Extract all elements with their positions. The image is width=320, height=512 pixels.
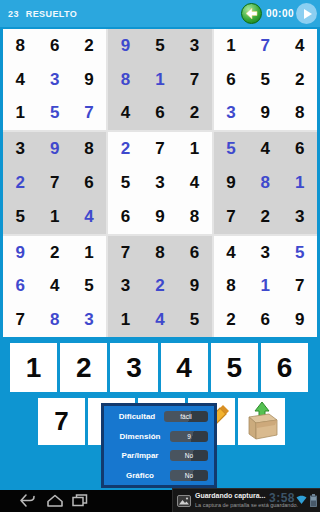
wifi-icon	[296, 495, 307, 504]
numpad-button-1[interactable]: 1	[10, 343, 57, 392]
sudoku-cell-r8c1[interactable]: 6	[3, 269, 37, 303]
sudoku-cell-r4c5[interactable]: 7	[143, 132, 177, 166]
undo-button[interactable]	[241, 3, 262, 24]
sudoku-cell-r9c9[interactable]: 9	[283, 303, 317, 337]
puzzle-number: 23	[8, 9, 19, 19]
back-navigation-icon[interactable]	[18, 493, 37, 508]
dialog-value-spinner[interactable]: No	[170, 450, 208, 461]
sudoku-cell-r6c6[interactable]: 8	[177, 200, 211, 234]
sudoku-block: 953817462	[108, 29, 211, 130]
sudoku-cell-r7c3[interactable]: 1	[72, 236, 106, 270]
sudoku-cell-r8c8[interactable]: 1	[248, 269, 282, 303]
sudoku-cell-r4c7[interactable]: 5	[214, 132, 248, 166]
sudoku-cell-r3c1[interactable]: 1	[3, 97, 37, 131]
sudoku-cell-r9c5[interactable]: 4	[143, 303, 177, 337]
sudoku-cell-r2c7[interactable]: 6	[214, 63, 248, 97]
sudoku-cell-r5c4[interactable]: 5	[108, 166, 142, 200]
battery-icon	[310, 494, 317, 507]
sudoku-block: 435817269	[214, 236, 317, 337]
sudoku-board: 8624391579538174621746523983982765142715…	[3, 29, 317, 337]
sudoku-cell-r3c8[interactable]: 9	[248, 97, 282, 131]
sudoku-cell-r6c2[interactable]: 1	[37, 200, 71, 234]
sudoku-cell-r5c5[interactable]: 3	[143, 166, 177, 200]
sudoku-cell-r2c4[interactable]: 8	[108, 63, 142, 97]
sudoku-cell-r9c6[interactable]: 5	[177, 303, 211, 337]
sudoku-cell-r7c8[interactable]: 3	[248, 236, 282, 270]
sudoku-block: 786329145	[108, 236, 211, 337]
dialog-row-dimensin: Dimensión9	[110, 431, 208, 442]
sudoku-cell-r2c2[interactable]: 3	[37, 63, 71, 97]
sudoku-cell-r5c9[interactable]: 1	[283, 166, 317, 200]
play-icon	[304, 9, 312, 19]
sudoku-cell-r9c1[interactable]: 7	[3, 303, 37, 337]
sudoku-cell-r5c2[interactable]: 7	[37, 166, 71, 200]
sudoku-cell-r2c5[interactable]: 1	[143, 63, 177, 97]
sudoku-cell-r4c9[interactable]: 6	[283, 132, 317, 166]
sudoku-cell-r1c3[interactable]: 2	[72, 29, 106, 63]
sudoku-cell-r1c7[interactable]: 1	[214, 29, 248, 63]
sudoku-cell-r3c9[interactable]: 8	[283, 97, 317, 131]
sudoku-cell-r7c7[interactable]: 4	[214, 236, 248, 270]
sudoku-cell-r1c8[interactable]: 7	[248, 29, 282, 63]
status-label: RESUELTO	[26, 9, 77, 19]
sudoku-cell-r2c1[interactable]: 4	[3, 63, 37, 97]
top-bar: 23RESUELTO 00:00	[0, 0, 320, 27]
sudoku-cell-r3c2[interactable]: 5	[37, 97, 71, 131]
sudoku-cell-r1c2[interactable]: 6	[37, 29, 71, 63]
sudoku-cell-r3c5[interactable]: 6	[143, 97, 177, 131]
back-arrow-icon	[245, 8, 258, 19]
sudoku-cell-r9c8[interactable]: 6	[248, 303, 282, 337]
sudoku-block: 546981723	[214, 132, 317, 233]
sudoku-cell-r8c9[interactable]: 7	[283, 269, 317, 303]
box-up-arrow-icon	[242, 401, 282, 443]
sudoku-cell-r3c4[interactable]: 4	[108, 97, 142, 131]
sudoku-cell-r1c4[interactable]: 9	[108, 29, 142, 63]
sudoku-cell-r4c8[interactable]: 4	[248, 132, 282, 166]
sudoku-cell-r4c1[interactable]: 3	[3, 132, 37, 166]
sudoku-cell-r7c1[interactable]: 9	[3, 236, 37, 270]
numpad-button-3[interactable]: 3	[110, 343, 157, 392]
sudoku-cell-r6c4[interactable]: 6	[108, 200, 142, 234]
dialog-label: Dificultad	[110, 412, 164, 421]
sudoku-cell-r2c8[interactable]: 5	[248, 63, 282, 97]
dialog-label: Gráfico	[110, 471, 170, 480]
sudoku-cell-r1c5[interactable]: 5	[143, 29, 177, 63]
sudoku-cell-r3c7[interactable]: 3	[214, 97, 248, 131]
sudoku-cell-r5c1[interactable]: 2	[3, 166, 37, 200]
sudoku-block: 398276514	[3, 132, 106, 233]
sudoku-block: 174652398	[214, 29, 317, 130]
sudoku-cell-r9c3[interactable]: 3	[72, 303, 106, 337]
dialog-row-parimpar: Par/ImparNo	[110, 450, 208, 461]
sudoku-cell-r6c5[interactable]: 9	[143, 200, 177, 234]
sudoku-cell-r3c3[interactable]: 7	[72, 97, 106, 131]
sudoku-cell-r2c3[interactable]: 9	[72, 63, 106, 97]
page-title: 23RESUELTO	[8, 9, 84, 19]
archive-box-button[interactable]	[238, 398, 285, 445]
play-pause-button[interactable]	[296, 3, 317, 24]
numpad-button-4[interactable]: 4	[161, 343, 208, 392]
sudoku-cell-r7c4[interactable]: 7	[108, 236, 142, 270]
dialog-value-spinner[interactable]: No	[170, 470, 208, 481]
recent-apps-icon[interactable]	[71, 493, 89, 508]
game-timer: 00:00	[266, 8, 294, 19]
sudoku-block: 862439157	[3, 29, 106, 130]
number-pad-row1: 123456	[10, 343, 308, 392]
sudoku-cell-r5c8[interactable]: 8	[248, 166, 282, 200]
sudoku-cell-r7c9[interactable]: 5	[283, 236, 317, 270]
sudoku-cell-r8c4[interactable]: 3	[108, 269, 142, 303]
toast-title: Guardando captura...	[195, 492, 265, 499]
dialog-label: Par/Impar	[110, 451, 170, 460]
screenshot-image-icon	[177, 495, 191, 507]
sudoku-cell-r2c9[interactable]: 2	[283, 63, 317, 97]
numpad-button-6[interactable]: 6	[261, 343, 308, 392]
sudoku-cell-r4c2[interactable]: 9	[37, 132, 71, 166]
sudoku-cell-r6c1[interactable]: 5	[3, 200, 37, 234]
sudoku-block: 921645783	[3, 236, 106, 337]
sudoku-cell-r9c7[interactable]: 2	[214, 303, 248, 337]
numpad-button-5[interactable]: 5	[211, 343, 258, 392]
sudoku-cell-r1c9[interactable]: 4	[283, 29, 317, 63]
sudoku-cell-r7c6[interactable]: 6	[177, 236, 211, 270]
dialog-row-grfico: GráficoNo	[110, 470, 208, 481]
status-clock: 3:58	[269, 491, 295, 505]
home-navigation-icon[interactable]	[46, 493, 64, 508]
sudoku-cell-r4c6[interactable]: 1	[177, 132, 211, 166]
numpad-button-2[interactable]: 2	[60, 343, 107, 392]
sudoku-cell-r9c2[interactable]: 8	[37, 303, 71, 337]
dialog-label: Dimensión	[110, 432, 170, 441]
numpad-button-7[interactable]: 7	[38, 398, 85, 445]
sudoku-cell-r6c7[interactable]: 7	[214, 200, 248, 234]
sudoku-cell-r8c6[interactable]: 9	[177, 269, 211, 303]
sudoku-cell-r6c3[interactable]: 4	[72, 200, 106, 234]
sudoku-cell-r1c6[interactable]: 3	[177, 29, 211, 63]
sudoku-cell-r4c3[interactable]: 8	[72, 132, 106, 166]
sudoku-cell-r6c9[interactable]: 3	[283, 200, 317, 234]
sudoku-cell-r7c2[interactable]: 2	[37, 236, 71, 270]
settings-dialog: DificultadfácilDimensión9Par/ImparNoGráf…	[101, 403, 217, 488]
dialog-row-dificultad: Dificultadfácil	[110, 411, 208, 422]
sudoku-cell-r3c6[interactable]: 2	[177, 97, 211, 131]
sudoku-cell-r7c5[interactable]: 8	[143, 236, 177, 270]
sudoku-cell-r2c6[interactable]: 7	[177, 63, 211, 97]
screenshot-toast: Guardando captura... La captura de panta…	[172, 488, 320, 512]
sudoku-cell-r8c3[interactable]: 5	[72, 269, 106, 303]
sudoku-cell-r1c1[interactable]: 8	[3, 29, 37, 63]
sudoku-cell-r5c3[interactable]: 6	[72, 166, 106, 200]
sudoku-cell-r5c6[interactable]: 4	[177, 166, 211, 200]
sudoku-cell-r8c7[interactable]: 8	[214, 269, 248, 303]
sudoku-block: 271534698	[108, 132, 211, 233]
dialog-value-spinner[interactable]: fácil	[164, 411, 208, 422]
sudoku-cell-r5c7[interactable]: 9	[214, 166, 248, 200]
sudoku-cell-r9c4[interactable]: 1	[108, 303, 142, 337]
dialog-value-spinner[interactable]: 9	[170, 431, 208, 442]
sudoku-cell-r6c8[interactable]: 2	[248, 200, 282, 234]
sudoku-cell-r4c4[interactable]: 2	[108, 132, 142, 166]
sudoku-cell-r8c2[interactable]: 4	[37, 269, 71, 303]
sudoku-cell-r8c5[interactable]: 2	[143, 269, 177, 303]
